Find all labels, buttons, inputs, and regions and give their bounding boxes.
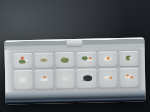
seed-part (109, 77, 112, 79)
seed-olive-seed-white-tip (123, 55, 135, 64)
seed-part (129, 58, 133, 60)
seed-part (40, 78, 48, 81)
seed-olive-green-seed (59, 56, 71, 65)
pit-r0c2[interactable] (55, 52, 75, 68)
seed-white-seed-orange-top (38, 75, 50, 84)
seed-white-seed-orange-dot (101, 55, 113, 64)
tray-grid (12, 50, 141, 96)
seed-part (21, 57, 24, 60)
seed-part (43, 76, 46, 78)
seed-green-white-seed (80, 55, 92, 64)
seed-part (126, 75, 129, 77)
pit-r1c3[interactable] (76, 69, 97, 89)
pit-r1c0[interactable] (13, 70, 34, 90)
seed-part (88, 57, 91, 59)
seed-part (19, 78, 26, 83)
pit-r1c5[interactable] (119, 68, 140, 88)
seed-part (130, 77, 133, 79)
pit-r0c4[interactable] (97, 51, 118, 67)
seed-white-seed-orange-right (102, 74, 114, 83)
seed-black-seed (81, 75, 93, 84)
seed-part (81, 81, 85, 82)
compartment-box (4, 38, 145, 105)
seed-part (25, 60, 28, 62)
pit-r1c4[interactable] (98, 68, 119, 88)
pit-r0c3[interactable] (76, 52, 97, 68)
pit-r1c1[interactable] (34, 69, 55, 89)
lid-clasp (66, 40, 82, 46)
seed-white-seed-two-orange-dots (123, 74, 135, 83)
pit-r0c0[interactable] (13, 53, 33, 69)
pit-r1c2[interactable] (55, 69, 76, 89)
photo-scene (0, 0, 150, 112)
pit-r0c5[interactable] (118, 51, 138, 67)
seed-pale-white-seed (59, 75, 71, 84)
box-left-wall-highlight (5, 49, 12, 95)
seed-part (63, 78, 69, 81)
box-right-wall-highlight (141, 47, 146, 93)
seed-white-seed (17, 76, 29, 85)
seed-part (106, 57, 109, 60)
box-front-edge (5, 90, 145, 105)
seed-olive-seed-orange-hotspot (17, 57, 29, 66)
pit-r0c1[interactable] (34, 52, 55, 68)
seed-tan-olive-seed (38, 56, 50, 65)
